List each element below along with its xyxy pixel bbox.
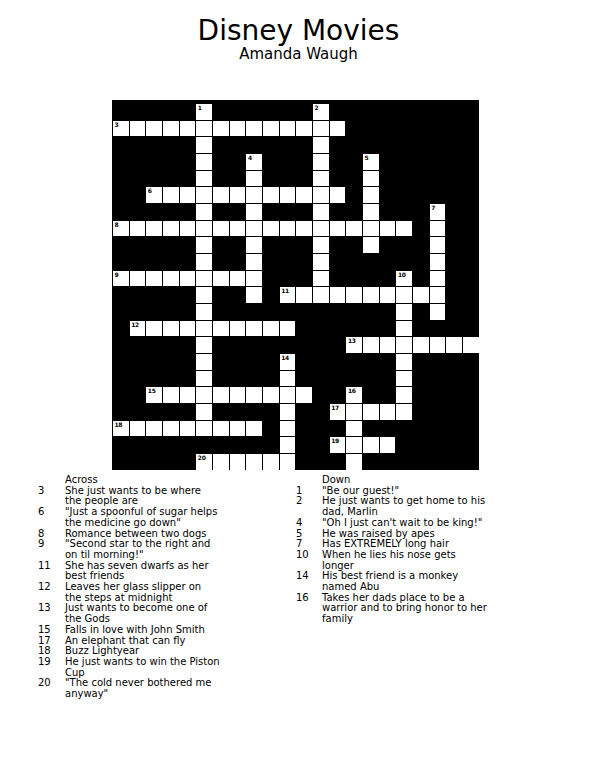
- blocked-cell: [279, 336, 296, 353]
- grid-cell[interactable]: [362, 403, 379, 420]
- grid-cell[interactable]: [129, 420, 146, 437]
- grid-cell[interactable]: [312, 270, 329, 287]
- grid-cell[interactable]: [245, 270, 262, 287]
- grid-cell[interactable]: 15: [145, 386, 162, 403]
- blocked-cell: [212, 436, 229, 453]
- blocked-cell: [112, 136, 129, 153]
- grid-cell[interactable]: [362, 220, 379, 237]
- blocked-cell: [445, 420, 462, 437]
- blocked-cell: [412, 170, 429, 187]
- grid-cell[interactable]: [245, 253, 262, 270]
- clue-number: 13: [38, 603, 65, 614]
- grid-cell[interactable]: 10: [395, 270, 412, 287]
- blocked-cell: [445, 236, 462, 253]
- cell-number: 6: [148, 187, 152, 194]
- cell-number: 7: [431, 204, 435, 211]
- grid-cell[interactable]: [179, 120, 196, 137]
- grid-cell[interactable]: [462, 336, 479, 353]
- grid-cell[interactable]: [262, 186, 279, 203]
- blocked-cell: [245, 136, 262, 153]
- grid-cell[interactable]: [295, 220, 312, 237]
- blocked-cell: [129, 203, 146, 220]
- blocked-cell: [112, 203, 129, 220]
- grid-cell[interactable]: [295, 120, 312, 137]
- grid-cell[interactable]: [195, 420, 212, 437]
- grid-cell[interactable]: [195, 303, 212, 320]
- blocked-cell: [212, 203, 229, 220]
- grid-cell[interactable]: [262, 453, 279, 470]
- blocked-cell: [229, 253, 246, 270]
- blocked-cell: [329, 153, 346, 170]
- clue-down-16: 16Takes her dads place to be a warrior a…: [296, 593, 574, 625]
- blocked-cell: [379, 370, 396, 387]
- grid-cell[interactable]: [129, 270, 146, 287]
- grid-cell[interactable]: [395, 220, 412, 237]
- clue-text: "Just a spoonful of sugar helps the medi…: [65, 507, 217, 528]
- blocked-cell: [345, 353, 362, 370]
- grid-cell[interactable]: [195, 120, 212, 137]
- grid-cell[interactable]: [279, 220, 296, 237]
- grid-cell[interactable]: [345, 453, 362, 470]
- clue-number: 20: [38, 678, 65, 689]
- blocked-cell: [212, 286, 229, 303]
- grid-cell[interactable]: [395, 370, 412, 387]
- grid-cell[interactable]: [162, 186, 179, 203]
- grid-cell[interactable]: [345, 220, 362, 237]
- cell-number: 18: [115, 421, 123, 428]
- grid-cell[interactable]: [195, 203, 212, 220]
- blocked-cell: [129, 186, 146, 203]
- grid-cell[interactable]: [195, 153, 212, 170]
- grid-cell[interactable]: [145, 420, 162, 437]
- grid-cell[interactable]: [195, 236, 212, 253]
- blocked-cell: [429, 320, 446, 337]
- blocked-cell: [262, 103, 279, 120]
- grid-cell[interactable]: [329, 186, 346, 203]
- grid-cell[interactable]: [329, 120, 346, 137]
- grid-cell[interactable]: [245, 386, 262, 403]
- grid-cell[interactable]: [312, 253, 329, 270]
- blocked-cell: [129, 370, 146, 387]
- grid-cell[interactable]: [279, 436, 296, 453]
- blocked-cell: [162, 436, 179, 453]
- clue-text: When he lies his nose gets longer: [322, 550, 456, 571]
- clue-down-2: 2He just wants to get home to his dad, M…: [296, 496, 574, 517]
- grid-cell[interactable]: [429, 270, 446, 287]
- grid-cell[interactable]: [129, 220, 146, 237]
- blocked-cell: [345, 103, 362, 120]
- grid-cell[interactable]: [179, 270, 196, 287]
- grid-cell[interactable]: [312, 120, 329, 137]
- grid-cell[interactable]: [245, 220, 262, 237]
- grid-cell[interactable]: [195, 353, 212, 370]
- blocked-cell: [462, 203, 479, 220]
- blocked-cell: [395, 203, 412, 220]
- blocked-cell: [295, 270, 312, 287]
- grid-cell[interactable]: [179, 420, 196, 437]
- grid-cell[interactable]: [279, 420, 296, 437]
- grid-cell[interactable]: [395, 286, 412, 303]
- clue-across-20: 20"The cold never bothered me anyway": [38, 678, 290, 699]
- grid-cell[interactable]: 18: [112, 420, 129, 437]
- grid-cell[interactable]: [429, 253, 446, 270]
- grid-cell[interactable]: [179, 320, 196, 337]
- grid-cell[interactable]: [395, 353, 412, 370]
- grid-cell[interactable]: [162, 420, 179, 437]
- grid-cell[interactable]: [362, 286, 379, 303]
- grid-cell[interactable]: [195, 270, 212, 287]
- grid-cell[interactable]: [379, 220, 396, 237]
- grid-cell[interactable]: [212, 186, 229, 203]
- blocked-cell: [262, 203, 279, 220]
- grid-cell[interactable]: 14: [279, 353, 296, 370]
- blocked-cell: [329, 453, 346, 470]
- grid-cell[interactable]: [412, 336, 429, 353]
- grid-cell[interactable]: [312, 203, 329, 220]
- blocked-cell: [312, 420, 329, 437]
- grid-cell[interactable]: [362, 236, 379, 253]
- blocked-cell: [179, 170, 196, 187]
- blocked-cell: [445, 186, 462, 203]
- blocked-cell: [412, 370, 429, 387]
- blocked-cell: [362, 303, 379, 320]
- grid-cell[interactable]: [279, 453, 296, 470]
- grid-cell[interactable]: [212, 453, 229, 470]
- clue-number: 11: [38, 561, 65, 572]
- blocked-cell: [379, 236, 396, 253]
- blocked-cell: [229, 203, 246, 220]
- blocked-cell: [229, 336, 246, 353]
- blocked-cell: [262, 353, 279, 370]
- grid-cell[interactable]: [145, 270, 162, 287]
- blocked-cell: [129, 386, 146, 403]
- grid-cell[interactable]: [279, 120, 296, 137]
- grid-cell[interactable]: [362, 336, 379, 353]
- grid-cell[interactable]: 3: [112, 120, 129, 137]
- blocked-cell: [345, 170, 362, 187]
- grid-cell[interactable]: 7: [429, 203, 446, 220]
- grid-cell[interactable]: [195, 170, 212, 187]
- grid-cell[interactable]: [429, 286, 446, 303]
- grid-cell[interactable]: [412, 286, 429, 303]
- grid-cell[interactable]: [295, 286, 312, 303]
- blocked-cell: [212, 236, 229, 253]
- blocked-cell: [429, 170, 446, 187]
- grid-cell[interactable]: 9: [112, 270, 129, 287]
- grid-cell[interactable]: [245, 420, 262, 437]
- blocked-cell: [145, 336, 162, 353]
- blocked-cell: [295, 170, 312, 187]
- grid-cell[interactable]: [145, 120, 162, 137]
- blocked-cell: [179, 403, 196, 420]
- grid-cell[interactable]: [329, 220, 346, 237]
- blocked-cell: [429, 136, 446, 153]
- grid-cell[interactable]: 13: [345, 336, 362, 353]
- blocked-cell: [229, 236, 246, 253]
- grid-cell[interactable]: [312, 153, 329, 170]
- blocked-cell: [395, 453, 412, 470]
- grid-cell[interactable]: 11: [279, 286, 296, 303]
- blocked-cell: [262, 253, 279, 270]
- blocked-cell: [295, 420, 312, 437]
- blocked-cell: [412, 420, 429, 437]
- grid-cell[interactable]: [245, 203, 262, 220]
- blocked-cell: [212, 103, 229, 120]
- blocked-cell: [212, 303, 229, 320]
- grid-cell[interactable]: [229, 220, 246, 237]
- grid-cell[interactable]: [162, 270, 179, 287]
- grid-cell[interactable]: [362, 186, 379, 203]
- blocked-cell: [129, 253, 146, 270]
- grid-cell[interactable]: [145, 220, 162, 237]
- blocked-cell: [395, 136, 412, 153]
- grid-cell[interactable]: [362, 170, 379, 187]
- grid-cell[interactable]: [429, 303, 446, 320]
- grid-cell[interactable]: [345, 436, 362, 453]
- blocked-cell: [379, 253, 396, 270]
- grid-cell[interactable]: [195, 370, 212, 387]
- grid-cell[interactable]: [212, 270, 229, 287]
- blocked-cell: [445, 370, 462, 387]
- grid-cell[interactable]: 20: [195, 453, 212, 470]
- blocked-cell: [279, 270, 296, 287]
- grid-cell[interactable]: [195, 386, 212, 403]
- grid-cell[interactable]: [279, 320, 296, 337]
- blocked-cell: [279, 103, 296, 120]
- grid-cell[interactable]: [262, 220, 279, 237]
- blocked-cell: [162, 153, 179, 170]
- grid-cell[interactable]: [429, 236, 446, 253]
- grid-cell[interactable]: [229, 270, 246, 287]
- grid-cell[interactable]: [279, 186, 296, 203]
- grid-cell[interactable]: [395, 386, 412, 403]
- grid-cell[interactable]: [445, 336, 462, 353]
- cell-number: 4: [248, 154, 252, 161]
- clue-down-14: 14His best friend is a monkey named Abu: [296, 571, 574, 592]
- blocked-cell: [395, 120, 412, 137]
- grid-cell[interactable]: [295, 186, 312, 203]
- cell-number: 5: [365, 154, 369, 161]
- blocked-cell: [162, 370, 179, 387]
- grid-cell[interactable]: [145, 320, 162, 337]
- blocked-cell: [379, 420, 396, 437]
- grid-cell[interactable]: [195, 136, 212, 153]
- grid-cell[interactable]: [395, 336, 412, 353]
- grid-cell[interactable]: [312, 136, 329, 153]
- grid-cell[interactable]: [312, 286, 329, 303]
- down-clues-section: Down 1"Be our guest!"2He just wants to g…: [296, 475, 574, 625]
- grid-cell[interactable]: [245, 236, 262, 253]
- blocked-cell: [162, 336, 179, 353]
- blocked-cell: [329, 336, 346, 353]
- blocked-cell: [345, 303, 362, 320]
- blocked-cell: [345, 120, 362, 137]
- grid-cell[interactable]: [395, 320, 412, 337]
- grid-cell[interactable]: [429, 220, 446, 237]
- grid-cell[interactable]: [262, 320, 279, 337]
- grid-cell[interactable]: [212, 320, 229, 337]
- blocked-cell: [245, 403, 262, 420]
- grid-cell[interactable]: [362, 203, 379, 220]
- grid-cell[interactable]: [279, 403, 296, 420]
- blocked-cell: [279, 203, 296, 220]
- grid-cell[interactable]: [245, 186, 262, 203]
- clue-across-13: 13Just wants to become one of the Gods: [38, 603, 290, 624]
- grid-cell[interactable]: [229, 453, 246, 470]
- cell-number: 11: [281, 287, 289, 294]
- clue-text: He just wants to get home to his dad, Ma…: [322, 496, 485, 517]
- blocked-cell: [395, 436, 412, 453]
- blocked-cell: [345, 153, 362, 170]
- grid-cell[interactable]: [195, 220, 212, 237]
- grid-cell[interactable]: [179, 186, 196, 203]
- grid-cell[interactable]: [229, 320, 246, 337]
- blocked-cell: [162, 353, 179, 370]
- blocked-cell: [412, 453, 429, 470]
- blocked-cell: [295, 453, 312, 470]
- grid-cell[interactable]: 12: [129, 320, 146, 337]
- grid-cell[interactable]: 4: [245, 153, 262, 170]
- blocked-cell: [329, 170, 346, 187]
- grid-cell[interactable]: [345, 286, 362, 303]
- grid-cell[interactable]: [395, 303, 412, 320]
- grid-cell[interactable]: [129, 120, 146, 137]
- grid-cell[interactable]: [195, 320, 212, 337]
- blocked-cell: [462, 353, 479, 370]
- grid-cell[interactable]: [345, 420, 362, 437]
- blocked-cell: [229, 353, 246, 370]
- blocked-cell: [179, 103, 196, 120]
- grid-cell[interactable]: [229, 386, 246, 403]
- blocked-cell: [429, 186, 446, 203]
- puzzle-page: Disney Movies Amanda Waugh 1234567891011…: [0, 0, 597, 771]
- grid-cell[interactable]: [195, 286, 212, 303]
- grid-cell[interactable]: [279, 370, 296, 387]
- blocked-cell: [179, 253, 196, 270]
- blocked-cell: [212, 336, 229, 353]
- grid-cell[interactable]: [162, 120, 179, 137]
- clue-text: "The cold never bothered me anyway": [65, 678, 212, 699]
- grid-cell[interactable]: [245, 170, 262, 187]
- grid-cell[interactable]: 8: [112, 220, 129, 237]
- grid-cell[interactable]: [195, 186, 212, 203]
- grid-cell[interactable]: [312, 236, 329, 253]
- blocked-cell: [312, 303, 329, 320]
- grid-cell[interactable]: 1: [195, 103, 212, 120]
- grid-cell[interactable]: 5: [362, 153, 379, 170]
- grid-cell[interactable]: [195, 336, 212, 353]
- grid-cell[interactable]: [345, 403, 362, 420]
- grid-cell[interactable]: [295, 386, 312, 403]
- grid-cell[interactable]: [429, 336, 446, 353]
- blocked-cell: [445, 170, 462, 187]
- blocked-cell: [162, 236, 179, 253]
- grid-cell[interactable]: [312, 170, 329, 187]
- blocked-cell: [412, 103, 429, 120]
- grid-cell[interactable]: [379, 336, 396, 353]
- grid-cell[interactable]: 2: [312, 103, 329, 120]
- grid-cell[interactable]: [162, 220, 179, 237]
- blocked-cell: [145, 453, 162, 470]
- blocked-cell: [262, 370, 279, 387]
- grid-cell[interactable]: [312, 220, 329, 237]
- grid-cell[interactable]: [195, 253, 212, 270]
- grid-cell[interactable]: [262, 386, 279, 403]
- grid-cell[interactable]: [279, 386, 296, 403]
- blocked-cell: [379, 320, 396, 337]
- blocked-cell: [295, 203, 312, 220]
- cell-number: 8: [115, 221, 119, 228]
- grid-cell[interactable]: [312, 186, 329, 203]
- clue-number: 10: [296, 550, 322, 561]
- grid-cell[interactable]: [245, 453, 262, 470]
- blocked-cell: [462, 253, 479, 270]
- grid-cell[interactable]: [245, 120, 262, 137]
- grid-cell[interactable]: 6: [145, 186, 162, 203]
- blocked-cell: [112, 336, 129, 353]
- blocked-cell: [179, 453, 196, 470]
- blocked-cell: [145, 103, 162, 120]
- grid-cell[interactable]: [212, 220, 229, 237]
- blocked-cell: [462, 403, 479, 420]
- blocked-cell: [279, 253, 296, 270]
- grid-cell[interactable]: [245, 320, 262, 337]
- grid-cell[interactable]: [162, 386, 179, 403]
- blocked-cell: [379, 103, 396, 120]
- grid-cell[interactable]: [212, 420, 229, 437]
- blocked-cell: [395, 103, 412, 120]
- blocked-cell: [412, 320, 429, 337]
- grid-cell[interactable]: [212, 386, 229, 403]
- blocked-cell: [462, 153, 479, 170]
- blocked-cell: [129, 153, 146, 170]
- blocked-cell: [445, 136, 462, 153]
- blocked-cell: [212, 370, 229, 387]
- blocked-cell: [262, 236, 279, 253]
- blocked-cell: [145, 236, 162, 253]
- blocked-cell: [329, 203, 346, 220]
- grid-cell[interactable]: [179, 386, 196, 403]
- blocked-cell: [229, 136, 246, 153]
- blocked-cell: [345, 370, 362, 387]
- grid-cell[interactable]: [245, 286, 262, 303]
- blocked-cell: [429, 153, 446, 170]
- grid-cell[interactable]: [379, 403, 396, 420]
- grid-cell[interactable]: 19: [329, 436, 346, 453]
- blocked-cell: [295, 353, 312, 370]
- grid-cell[interactable]: 16: [345, 386, 362, 403]
- grid-cell[interactable]: [229, 420, 246, 437]
- grid-cell[interactable]: [362, 436, 379, 453]
- grid-cell[interactable]: [395, 403, 412, 420]
- grid-cell[interactable]: [162, 320, 179, 337]
- grid-cell[interactable]: [379, 286, 396, 303]
- grid-cell[interactable]: [329, 286, 346, 303]
- grid-cell[interactable]: [195, 403, 212, 420]
- blocked-cell: [295, 436, 312, 453]
- grid-cell[interactable]: [262, 120, 279, 137]
- blocked-cell: [112, 370, 129, 387]
- grid-cell[interactable]: 17: [329, 403, 346, 420]
- grid-cell[interactable]: [179, 220, 196, 237]
- grid-cell[interactable]: [379, 436, 396, 453]
- grid-cell[interactable]: [212, 120, 229, 137]
- clue-across-15: 15Falls in love with John Smith: [38, 625, 290, 636]
- grid-cell[interactable]: [229, 186, 246, 203]
- puzzle-author: Amanda Waugh: [0, 46, 597, 63]
- blocked-cell: [145, 370, 162, 387]
- grid-cell[interactable]: [229, 120, 246, 137]
